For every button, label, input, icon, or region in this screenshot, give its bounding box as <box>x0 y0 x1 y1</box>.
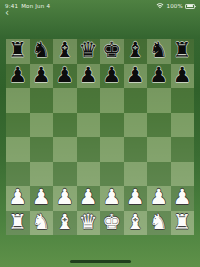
white-pawn[interactable]: ♟ <box>102 185 121 210</box>
white-pawn[interactable]: ♟ <box>149 185 168 210</box>
square-f8[interactable]: ♝ <box>124 39 148 64</box>
square-g2[interactable]: ♟ <box>147 186 171 211</box>
white-bishop[interactable]: ♝ <box>126 210 145 235</box>
square-d7[interactable]: ♟ <box>77 64 101 89</box>
battery-icon <box>185 4 195 9</box>
square-e8[interactable]: ♚ <box>100 39 124 64</box>
square-e4[interactable] <box>100 137 124 162</box>
white-rook[interactable]: ♜ <box>173 210 192 235</box>
square-d8[interactable]: ♛ <box>77 39 101 64</box>
square-h2[interactable]: ♟ <box>171 186 195 211</box>
square-a1[interactable]: ♜ <box>6 211 30 236</box>
black-bishop[interactable]: ♝ <box>126 38 145 63</box>
square-e2[interactable]: ♟ <box>100 186 124 211</box>
square-e6[interactable] <box>100 88 124 113</box>
white-bishop[interactable]: ♝ <box>55 210 74 235</box>
square-d1[interactable]: ♛ <box>77 211 101 236</box>
back-button[interactable]: ‹ <box>2 7 12 19</box>
square-d4[interactable] <box>77 137 101 162</box>
black-pawn[interactable]: ♟ <box>149 63 168 88</box>
square-e7[interactable]: ♟ <box>100 64 124 89</box>
white-king[interactable]: ♚ <box>102 210 121 235</box>
square-b4[interactable] <box>30 137 54 162</box>
square-f7[interactable]: ♟ <box>124 64 148 89</box>
white-pawn[interactable]: ♟ <box>79 185 98 210</box>
black-pawn[interactable]: ♟ <box>126 63 145 88</box>
square-a6[interactable] <box>6 88 30 113</box>
square-g7[interactable]: ♟ <box>147 64 171 89</box>
black-knight[interactable]: ♞ <box>149 38 168 63</box>
square-h5[interactable] <box>171 113 195 138</box>
white-knight[interactable]: ♞ <box>149 210 168 235</box>
black-knight[interactable]: ♞ <box>32 38 51 63</box>
square-f6[interactable] <box>124 88 148 113</box>
black-pawn[interactable]: ♟ <box>55 63 74 88</box>
black-bishop[interactable]: ♝ <box>55 38 74 63</box>
battery-percent: 100% <box>166 3 183 9</box>
square-g4[interactable] <box>147 137 171 162</box>
white-pawn[interactable]: ♟ <box>8 185 27 210</box>
square-b3[interactable] <box>30 162 54 187</box>
square-f3[interactable] <box>124 162 148 187</box>
square-g8[interactable]: ♞ <box>147 39 171 64</box>
square-b8[interactable]: ♞ <box>30 39 54 64</box>
white-pawn[interactable]: ♟ <box>55 185 74 210</box>
white-pawn[interactable]: ♟ <box>126 185 145 210</box>
status-bar: 9:41 Mon Jun 4 100% <box>0 0 200 10</box>
back-chevron-icon: ‹ <box>5 7 9 18</box>
square-h1[interactable]: ♜ <box>171 211 195 236</box>
status-date: Mon Jun 4 <box>21 3 50 9</box>
square-g6[interactable] <box>147 88 171 113</box>
square-b7[interactable]: ♟ <box>30 64 54 89</box>
square-h3[interactable] <box>171 162 195 187</box>
square-f1[interactable]: ♝ <box>124 211 148 236</box>
square-d3[interactable] <box>77 162 101 187</box>
white-pawn[interactable]: ♟ <box>32 185 51 210</box>
square-g5[interactable] <box>147 113 171 138</box>
square-h6[interactable] <box>171 88 195 113</box>
square-a8[interactable]: ♜ <box>6 39 30 64</box>
square-g3[interactable] <box>147 162 171 187</box>
black-rook[interactable]: ♜ <box>8 38 27 63</box>
square-a3[interactable] <box>6 162 30 187</box>
square-h4[interactable] <box>171 137 195 162</box>
board: ♜♞♝♛♚♝♞♜♟♟♟♟♟♟♟♟♟♟♟♟♟♟♟♟♜♞♝♛♚♝♞♜ <box>6 39 194 235</box>
square-f5[interactable] <box>124 113 148 138</box>
square-f4[interactable] <box>124 137 148 162</box>
square-e1[interactable]: ♚ <box>100 211 124 236</box>
square-c5[interactable] <box>53 113 77 138</box>
black-pawn[interactable]: ♟ <box>173 63 192 88</box>
square-a2[interactable]: ♟ <box>6 186 30 211</box>
square-h7[interactable]: ♟ <box>171 64 195 89</box>
square-d5[interactable] <box>77 113 101 138</box>
app-screen: 9:41 Mon Jun 4 100% ‹ ♜♞♝♛♚♝♞♜♟♟♟♟♟♟♟♟♟♟… <box>0 0 200 267</box>
square-a5[interactable] <box>6 113 30 138</box>
black-pawn[interactable]: ♟ <box>79 63 98 88</box>
square-e3[interactable] <box>100 162 124 187</box>
square-g1[interactable]: ♞ <box>147 211 171 236</box>
black-king[interactable]: ♚ <box>102 38 121 63</box>
square-b5[interactable] <box>30 113 54 138</box>
black-pawn[interactable]: ♟ <box>32 63 51 88</box>
black-pawn[interactable]: ♟ <box>8 63 27 88</box>
square-c2[interactable]: ♟ <box>53 186 77 211</box>
square-b1[interactable]: ♞ <box>30 211 54 236</box>
square-d2[interactable]: ♟ <box>77 186 101 211</box>
black-pawn[interactable]: ♟ <box>102 63 121 88</box>
white-queen[interactable]: ♛ <box>79 210 98 235</box>
square-c1[interactable]: ♝ <box>53 211 77 236</box>
square-e5[interactable] <box>100 113 124 138</box>
black-queen[interactable]: ♛ <box>79 38 98 63</box>
square-b6[interactable] <box>30 88 54 113</box>
square-b2[interactable]: ♟ <box>30 186 54 211</box>
home-indicator[interactable] <box>70 260 131 263</box>
square-c4[interactable] <box>53 137 77 162</box>
square-d6[interactable] <box>77 88 101 113</box>
square-h8[interactable]: ♜ <box>171 39 195 64</box>
black-rook[interactable]: ♜ <box>173 38 192 63</box>
square-c6[interactable] <box>53 88 77 113</box>
square-a4[interactable] <box>6 137 30 162</box>
square-c8[interactable]: ♝ <box>53 39 77 64</box>
white-pawn[interactable]: ♟ <box>173 185 192 210</box>
square-c7[interactable]: ♟ <box>53 64 77 89</box>
square-c3[interactable] <box>53 162 77 187</box>
square-a7[interactable]: ♟ <box>6 64 30 89</box>
white-knight[interactable]: ♞ <box>32 210 51 235</box>
wifi-icon <box>156 3 164 9</box>
white-rook[interactable]: ♜ <box>8 210 27 235</box>
square-f2[interactable]: ♟ <box>124 186 148 211</box>
